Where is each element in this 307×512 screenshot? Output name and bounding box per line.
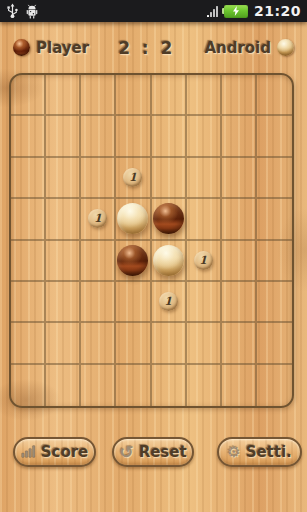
cell-a2[interactable] <box>11 116 46 157</box>
signal-strength-icon <box>207 4 218 19</box>
cell-d8[interactable] <box>116 365 151 406</box>
cell-g2[interactable] <box>222 116 257 157</box>
cell-d4[interactable] <box>116 199 151 240</box>
cell-b2[interactable] <box>46 116 81 157</box>
cell-a1[interactable] <box>11 75 46 116</box>
cell-a3[interactable] <box>11 158 46 199</box>
cell-h8[interactable] <box>257 365 292 406</box>
cell-h2[interactable] <box>257 116 292 157</box>
cell-f8[interactable] <box>187 365 222 406</box>
cell-d2[interactable] <box>116 116 151 157</box>
cell-b5[interactable] <box>46 241 81 282</box>
cell-e7[interactable] <box>152 323 187 364</box>
battery-nub <box>222 8 224 14</box>
settings-button[interactable]: ⚙ Setti. <box>217 437 302 467</box>
score-header: Player 2 : 2 Android <box>0 22 307 73</box>
cell-h1[interactable] <box>257 75 292 116</box>
cell-b4[interactable] <box>46 199 81 240</box>
cell-d5[interactable] <box>116 241 151 282</box>
score-button-label: Score <box>41 443 89 461</box>
cell-a6[interactable] <box>11 282 46 323</box>
cell-a8[interactable] <box>11 365 46 406</box>
cell-c1[interactable] <box>81 75 116 116</box>
cell-d7[interactable] <box>116 323 151 364</box>
cell-h3[interactable] <box>257 158 292 199</box>
usb-icon <box>6 3 19 19</box>
cell-b1[interactable] <box>46 75 81 116</box>
cell-c6[interactable] <box>81 282 116 323</box>
cell-g5[interactable] <box>222 241 257 282</box>
cell-g7[interactable] <box>222 323 257 364</box>
cell-h4[interactable] <box>257 199 292 240</box>
cell-e5[interactable] <box>152 241 187 282</box>
lightning-bolt-icon <box>232 6 240 16</box>
light-disc <box>117 203 148 234</box>
hint-marker[interactable]: 1 <box>88 209 107 228</box>
score-display: 2 : 2 <box>118 38 175 58</box>
settings-button-label: Setti. <box>246 443 292 461</box>
cell-c7[interactable] <box>81 323 116 364</box>
cell-a4[interactable] <box>11 199 46 240</box>
reset-button-label: Reset <box>139 443 187 461</box>
cell-c3[interactable] <box>81 158 116 199</box>
player-disc-icon <box>13 39 30 56</box>
android-debug-icon <box>25 4 39 19</box>
cell-f7[interactable] <box>187 323 222 364</box>
cell-e6[interactable]: 1 <box>152 282 187 323</box>
light-disc <box>153 245 184 276</box>
player-indicator: Player <box>13 39 89 57</box>
cell-h7[interactable] <box>257 323 292 364</box>
android-indicator: Android <box>204 39 294 57</box>
cell-f1[interactable] <box>187 75 222 116</box>
cell-a7[interactable] <box>11 323 46 364</box>
dark-disc <box>117 245 148 276</box>
hint-marker[interactable]: 1 <box>194 251 213 270</box>
cell-b7[interactable] <box>46 323 81 364</box>
dark-disc <box>153 203 184 234</box>
cell-c2[interactable] <box>81 116 116 157</box>
cell-b8[interactable] <box>46 365 81 406</box>
cell-e4[interactable] <box>152 199 187 240</box>
cell-g8[interactable] <box>222 365 257 406</box>
cell-f5[interactable]: 1 <box>187 241 222 282</box>
cell-e8[interactable] <box>152 365 187 406</box>
reset-button[interactable]: ↺ Reset <box>112 437 194 467</box>
status-bar-right: 21:20 <box>207 3 301 19</box>
cell-f6[interactable] <box>187 282 222 323</box>
cell-c4[interactable]: 1 <box>81 199 116 240</box>
hint-marker[interactable]: 1 <box>159 292 178 311</box>
cell-c8[interactable] <box>81 365 116 406</box>
status-bar-left <box>6 3 39 19</box>
cell-h5[interactable] <box>257 241 292 282</box>
player-label: Player <box>36 39 89 57</box>
cell-f2[interactable] <box>187 116 222 157</box>
cell-e1[interactable] <box>152 75 187 116</box>
score-button[interactable]: Score <box>13 437 96 467</box>
bar-chart-icon <box>21 444 36 460</box>
status-bar: 21:20 <box>0 0 307 22</box>
cell-d1[interactable] <box>116 75 151 116</box>
cell-f4[interactable] <box>187 199 222 240</box>
cell-e3[interactable] <box>152 158 187 199</box>
cell-d3[interactable]: 1 <box>116 158 151 199</box>
cell-a5[interactable] <box>11 241 46 282</box>
battery-charging-icon <box>224 5 248 18</box>
cell-g4[interactable] <box>222 199 257 240</box>
cell-b3[interactable] <box>46 158 81 199</box>
hint-marker[interactable]: 1 <box>123 168 142 187</box>
othello-board: 1111 <box>9 73 294 408</box>
android-disc-icon <box>277 39 294 56</box>
android-label: Android <box>204 39 271 57</box>
cell-f3[interactable] <box>187 158 222 199</box>
undo-arrow-icon: ↺ <box>119 444 133 461</box>
cell-g6[interactable] <box>222 282 257 323</box>
cell-h6[interactable] <box>257 282 292 323</box>
cell-c5[interactable] <box>81 241 116 282</box>
cell-g3[interactable] <box>222 158 257 199</box>
status-clock: 21:20 <box>254 3 301 19</box>
cell-d6[interactable] <box>116 282 151 323</box>
app-screen: 21:20 Player 2 : 2 Android 1111 Score <box>0 0 307 512</box>
cell-b6[interactable] <box>46 282 81 323</box>
cell-g1[interactable] <box>222 75 257 116</box>
gear-icon: ⚙ <box>227 445 240 460</box>
cell-e2[interactable] <box>152 116 187 157</box>
